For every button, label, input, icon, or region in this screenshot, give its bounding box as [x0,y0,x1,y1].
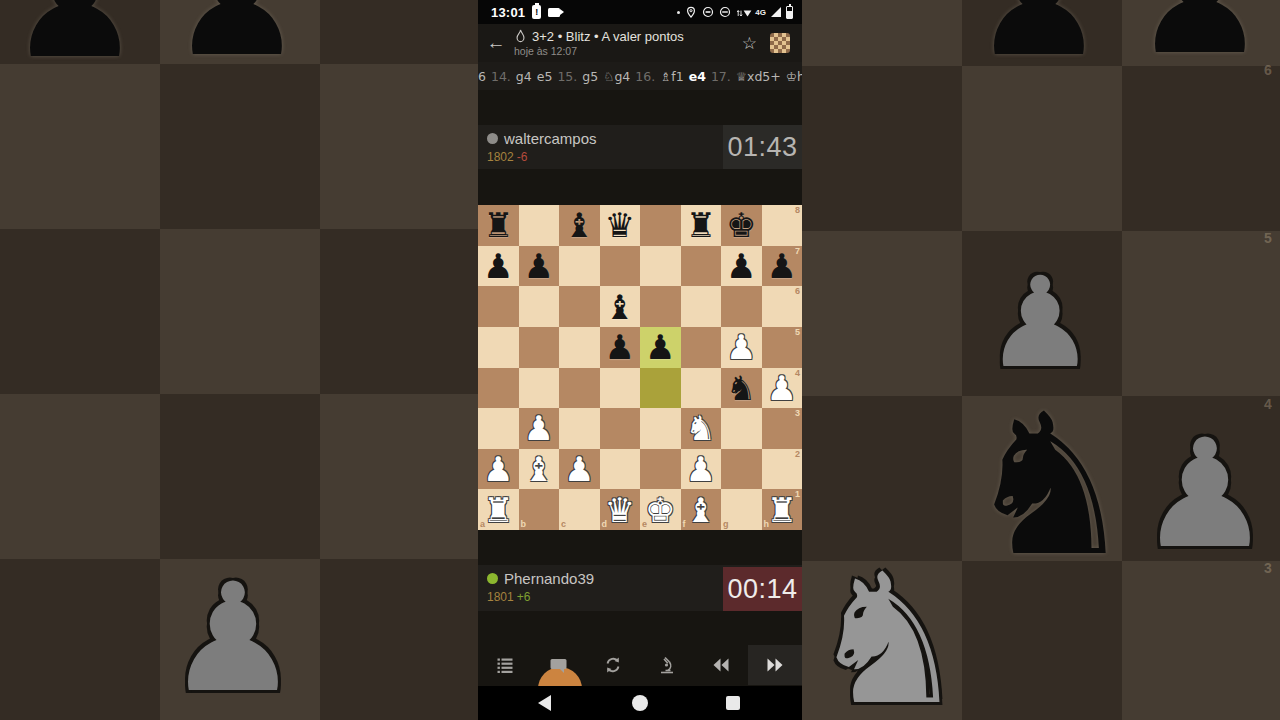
square-c6[interactable] [559,286,600,327]
move-token[interactable]: ♗f1 [660,69,684,84]
file-label-e: e [642,520,647,529]
rank-label-2: 2 [795,450,800,459]
player-bottom-row: Phernando39 1801+6 00:14 [478,565,802,611]
square-e1[interactable]: ♚e [640,489,681,530]
move-token[interactable]: 17. [711,69,731,84]
android-back-icon[interactable] [538,695,551,711]
white-rook-piece: ♜ [483,493,513,527]
white-bishop-piece: ♝ [686,493,716,527]
file-label-d: d [602,520,608,529]
square-h4[interactable]: ♟4 [762,368,803,409]
flip-board-icon [603,655,623,675]
background-gray-pawn: ♟ [166,563,300,713]
square-a1[interactable]: ♜a [478,489,519,530]
move-token[interactable]: g4 [516,69,532,84]
rewind-icon [711,655,731,675]
square-c7[interactable] [559,246,600,287]
flip-board-button[interactable] [586,645,640,685]
square-d7[interactable] [600,246,641,287]
player-top-rating-delta: -6 [517,150,528,164]
square-e4[interactable] [640,368,681,409]
square-d8[interactable]: ♛ [600,205,641,246]
square-h7[interactable]: ♟7 [762,246,803,287]
black-bishop-piece: ♝ [605,290,635,324]
square-a7[interactable]: ♟ [478,246,519,287]
rank-label-3: 3 [795,409,800,418]
file-label-c: c [561,520,566,529]
black-rook-piece: ♜ [483,208,513,242]
square-h3[interactable]: 3 [762,408,803,449]
rank-label-1: 1 [795,490,800,499]
square-f8[interactable]: ♜ [681,205,722,246]
black-pawn-piece: ♟ [483,249,513,283]
file-label-b: b [521,520,527,529]
analysis-microscope-icon [657,655,677,675]
blitz-flame-icon [514,29,527,44]
square-a6[interactable] [478,286,519,327]
chat-button[interactable] [532,645,586,685]
square-h8[interactable]: 8 [762,205,803,246]
square-b1[interactable]: b [519,489,560,530]
square-h2[interactable]: 2 [762,449,803,490]
move-token[interactable]: ♕xd5+ [736,69,781,84]
white-queen-piece: ♛ [605,493,635,527]
square-e7[interactable] [640,246,681,287]
move-list-icon [495,655,515,675]
square-e6[interactable] [640,286,681,327]
white-pawn-piece: ♟ [767,371,797,405]
square-f4[interactable] [681,368,722,409]
square-e3[interactable] [640,408,681,449]
square-b4[interactable] [519,368,560,409]
white-bishop-piece: ♝ [524,452,554,486]
background-gray-pawn: ♟ [1138,419,1272,569]
background-rank-label-5: 5 [1264,230,1272,246]
square-d1[interactable]: ♛d [600,489,641,530]
screenshot-stage: ♟♟♟ ♟♟♟♞♟♞6543 13:01 ! [0,0,1280,720]
file-label-g: g [723,520,729,529]
phone-screen: 13:01 ! [478,0,802,720]
screen-record-icon [548,8,560,17]
fast-forward-button[interactable] [748,645,802,685]
square-a2[interactable]: ♟ [478,449,519,490]
square-g3[interactable] [721,408,762,449]
square-g6[interactable] [721,286,762,327]
square-c2[interactable]: ♟ [559,449,600,490]
white-pawn-piece: ♟ [483,452,513,486]
square-f2[interactable]: ♟ [681,449,722,490]
dot-icon [677,11,680,14]
square-a4[interactable] [478,368,519,409]
square-c3[interactable] [559,408,600,449]
file-label-h: h [764,520,770,529]
player-bottom-name[interactable]: Phernando39 [504,570,594,587]
square-c5[interactable] [559,327,600,368]
fast-forward-icon [765,655,785,675]
background-rank-label-4: 4 [1264,396,1272,412]
battery-alert-icon: ! [532,5,541,19]
game-subtitle: hoje às 12:07 [514,45,736,57]
player-top-rating: 1802 [487,150,514,164]
black-bishop-piece: ♝ [564,208,594,242]
do-not-disturb-icon [719,6,731,18]
wifi-updown-icon [736,7,752,18]
square-g1[interactable]: g [721,489,762,530]
square-f5[interactable] [681,327,722,368]
background-black-pawn: ♟ [1133,0,1267,75]
offline-dot-icon [487,133,498,144]
analysis-button[interactable] [640,645,694,685]
move-token[interactable]: 14. [491,69,511,84]
white-pawn-piece: ♟ [686,452,716,486]
black-knight-piece: ♞ [726,371,756,405]
square-b2[interactable]: ♝ [519,449,560,490]
square-h1[interactable]: ♜h1 [762,489,803,530]
chat-icon [549,655,569,675]
square-a8[interactable]: ♜ [478,205,519,246]
network-4g-label: 4G [755,8,766,17]
square-g8[interactable]: ♚ [721,205,762,246]
black-pawn-piece: ♟ [726,249,756,283]
square-c8[interactable]: ♝ [559,205,600,246]
square-f1[interactable]: ♝f [681,489,722,530]
background-black-pawn: ♟ [8,0,142,79]
square-e2[interactable] [640,449,681,490]
move-list-button[interactable] [478,645,532,685]
square-b3[interactable]: ♟ [519,408,560,449]
background-rank-label-6: 6 [1264,62,1272,78]
app-bar: ← 3+2 • Blitz • A valer pontos hoje às 1… [478,24,802,62]
rank-label-6: 6 [795,287,800,296]
android-home-icon[interactable] [632,695,648,711]
player-bottom-rating: 1801 [487,590,514,604]
player-top-name[interactable]: waltercampos [504,130,597,147]
square-c1[interactable]: c [559,489,600,530]
player-bottom-rating-delta: +6 [517,590,531,604]
android-recents-icon[interactable] [726,696,740,710]
player-top-clock: 01:43 [723,125,802,169]
data-saver-icon [702,6,714,18]
background-black-pawn: ♟ [170,0,304,77]
clock-time: 13:01 [491,5,525,20]
black-pawn-piece: ♟ [605,330,635,364]
square-c4[interactable] [559,368,600,409]
background-right-strip: ♟♟♟♞♟♞6543 [802,0,1280,720]
file-label-f: f [683,520,686,529]
square-d2[interactable] [600,449,641,490]
square-d5[interactable]: ♟ [600,327,641,368]
black-queen-piece: ♛ [605,208,635,242]
square-f3[interactable]: ♞ [681,408,722,449]
background-black-knight: ♞ [963,388,1138,583]
square-h6[interactable]: 6 [762,286,803,327]
rank-label-4: 4 [795,369,800,378]
chess-board[interactable]: ♜♝♛♜♚8♟♟♟♟7♝6♟♟♟5♞♟4♟♞3♟♝♟♟2♜abc♛d♚e♝fg♜… [478,205,802,530]
square-f7[interactable] [681,246,722,287]
rewind-button[interactable] [694,645,748,685]
move-token[interactable]: e4 [689,69,706,84]
square-d3[interactable] [600,408,641,449]
square-a3[interactable] [478,408,519,449]
square-b6[interactable] [519,286,560,327]
move-token[interactable]: 15. [557,69,577,84]
status-bar: 13:01 ! [478,0,802,24]
back-button[interactable]: ← [478,32,514,54]
square-g5[interactable]: ♟ [721,327,762,368]
square-d4[interactable] [600,368,641,409]
square-d6[interactable]: ♝ [600,286,641,327]
move-token[interactable]: 16. [635,69,655,84]
rank-label-7: 7 [795,247,800,256]
square-g7[interactable]: ♟ [721,246,762,287]
android-nav-bar [478,686,802,720]
bottom-toolbar [478,645,802,685]
player-top-row: waltercampos 1802-6 01:43 [478,125,802,169]
black-pawn-piece: ♟ [767,249,797,283]
game-title: 3+2 • Blitz • A valer pontos [532,29,684,44]
star-favorite-button[interactable]: ☆ [742,33,757,54]
white-king-piece: ♚ [645,493,675,527]
move-token[interactable]: e5 [537,69,553,84]
square-f6[interactable] [681,286,722,327]
move-list[interactable]: 614.g4e515.g5♘g416.♗f1e417.♕xd5+♔h818.♕d… [478,62,802,90]
white-rook-piece: ♜ [767,493,797,527]
signal-icon [771,7,781,17]
white-knight-piece: ♞ [686,411,716,445]
square-g4[interactable]: ♞ [721,368,762,409]
square-b7[interactable]: ♟ [519,246,560,287]
square-e5[interactable]: ♟ [640,327,681,368]
square-a5[interactable] [478,327,519,368]
battery-icon [786,6,793,19]
square-e8[interactable] [640,205,681,246]
location-icon [685,6,697,19]
white-pawn-piece: ♟ [726,330,756,364]
player-bottom-clock: 00:14 [723,567,802,611]
black-rook-piece: ♜ [686,208,716,242]
board-thumbnail-icon [770,33,790,53]
black-pawn-piece: ♟ [524,249,554,283]
square-b5[interactable] [519,327,560,368]
background-black-pawn: ♟ [972,0,1106,77]
white-pawn-piece: ♟ [564,452,594,486]
white-pawn-piece: ♟ [524,411,554,445]
move-token[interactable]: ♘g4 [603,69,630,84]
file-label-a: a [480,520,485,529]
square-h5[interactable]: 5 [762,327,803,368]
background-lightgray-knight: ♞ [807,550,968,720]
rank-label-8: 8 [795,206,800,215]
move-token[interactable]: 6 [478,69,486,84]
background-rank-label-3: 3 [1264,560,1272,576]
black-king-piece: ♚ [726,208,756,242]
online-dot-icon [487,573,498,584]
rank-label-5: 5 [795,328,800,337]
background-gray-pawn: ♟ [984,260,1096,385]
square-g2[interactable] [721,449,762,490]
background-left-strip: ♟♟♟ [0,0,478,720]
square-b8[interactable] [519,205,560,246]
black-pawn-piece: ♟ [645,330,675,364]
move-token[interactable]: ♔h8 [786,69,802,84]
move-token[interactable]: g5 [582,69,598,84]
